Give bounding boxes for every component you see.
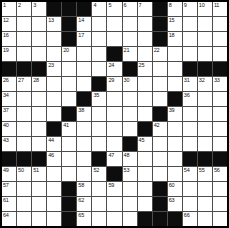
cell-r2c15[interactable] [213, 17, 227, 31]
clue-number-61: 61 [3, 197, 9, 203]
cell-r5c5[interactable] [62, 62, 76, 76]
black-square-r4c8 [107, 47, 121, 61]
cell-r3c9[interactable] [123, 32, 137, 46]
black-square-r5c2 [17, 62, 31, 76]
cell-r12c15[interactable]: 56 [213, 167, 227, 181]
cell-r4c7[interactable] [92, 47, 106, 61]
cell-r1c1[interactable]: 1 [2, 2, 16, 16]
cell-r6c15[interactable]: 33 [213, 77, 227, 91]
cell-r4c1[interactable]: 19 [2, 47, 16, 61]
cell-r11c8[interactable]: 47 [107, 152, 121, 166]
clue-number-48: 48 [124, 152, 130, 158]
cell-r5c6[interactable] [77, 62, 91, 76]
clue-number-9: 9 [184, 2, 187, 8]
cell-r14c6[interactable]: 62 [77, 197, 91, 211]
black-square-r5c15 [213, 62, 227, 76]
cell-r3c3[interactable] [32, 32, 46, 46]
cell-r10c7[interactable] [92, 137, 106, 151]
cell-r7c5[interactable] [62, 92, 76, 106]
cell-r7c4[interactable] [47, 92, 61, 106]
cell-r10c3[interactable] [32, 137, 46, 151]
clue-number-14: 14 [78, 17, 84, 23]
clue-number-12: 12 [3, 17, 9, 23]
clue-number-41: 41 [63, 122, 69, 128]
cell-r6c5[interactable] [62, 77, 76, 91]
black-square-r8c11 [153, 107, 167, 121]
cell-r13c1[interactable]: 57 [2, 182, 16, 196]
cell-r5c8[interactable]: 24 [107, 62, 121, 76]
cell-r4c3[interactable] [32, 47, 46, 61]
black-square-r11c1 [2, 152, 16, 166]
cell-r8c7[interactable] [92, 107, 106, 121]
cell-r15c13[interactable]: 66 [183, 212, 197, 226]
clue-number-21: 21 [124, 47, 130, 53]
cell-r1c8[interactable]: 5 [107, 2, 121, 16]
cell-r4c2[interactable] [17, 47, 31, 61]
cell-r8c4[interactable] [47, 107, 61, 121]
cell-r9c11[interactable]: 42 [153, 122, 167, 136]
black-square-r14c5 [62, 197, 76, 211]
cell-r13c8[interactable]: 59 [107, 182, 121, 196]
cell-r7c1[interactable]: 34 [2, 92, 16, 106]
clue-number-33: 33 [214, 77, 220, 83]
cell-r10c6[interactable] [77, 137, 91, 151]
cell-r13c15[interactable] [213, 182, 227, 196]
cell-r12c6[interactable] [77, 167, 91, 181]
black-square-r11c14 [198, 152, 212, 166]
cell-r13c12[interactable]: 60 [168, 182, 182, 196]
cell-r14c10[interactable] [138, 197, 152, 211]
clue-number-42: 42 [154, 122, 160, 128]
cell-r1c14[interactable]: 10 [198, 2, 212, 16]
cell-r5c4[interactable]: 23 [47, 62, 61, 76]
clue-number-16: 16 [3, 32, 9, 38]
clue-number-23: 23 [48, 62, 54, 68]
cell-r14c7[interactable] [92, 197, 106, 211]
clue-number-10: 10 [199, 2, 205, 8]
cell-r10c4[interactable]: 44 [47, 137, 61, 151]
clue-number-63: 63 [169, 197, 175, 203]
clue-number-22: 22 [154, 47, 160, 53]
cell-r4c12[interactable] [168, 47, 182, 61]
cell-r14c2[interactable] [17, 197, 31, 211]
cell-r15c6[interactable]: 65 [77, 212, 91, 226]
cell-r8c8[interactable] [107, 107, 121, 121]
cell-r15c2[interactable] [17, 212, 31, 226]
cell-r7c14[interactable] [198, 92, 212, 106]
cell-r6c10[interactable] [138, 77, 152, 91]
cell-r7c8[interactable] [107, 92, 121, 106]
cell-r14c8[interactable] [107, 197, 121, 211]
cell-r8c9[interactable] [123, 107, 137, 121]
black-square-r1c6 [77, 2, 91, 16]
clue-number-26: 26 [3, 77, 9, 83]
cell-r7c13[interactable]: 36 [183, 92, 197, 106]
cell-r5c11[interactable] [153, 62, 167, 76]
cell-r12c3[interactable]: 51 [32, 167, 46, 181]
cell-r8c6[interactable]: 38 [77, 107, 91, 121]
cell-r9c14[interactable] [198, 122, 212, 136]
cell-r12c5[interactable] [62, 167, 76, 181]
black-square-r5c1 [2, 62, 16, 76]
cell-r14c12[interactable]: 63 [168, 197, 182, 211]
cell-r15c3[interactable] [32, 212, 46, 226]
cell-r10c8[interactable] [107, 137, 121, 151]
clue-number-1: 1 [3, 2, 6, 8]
cell-r9c7[interactable] [92, 122, 106, 136]
cell-r13c10[interactable] [138, 182, 152, 196]
cell-r14c13[interactable] [183, 197, 197, 211]
cell-r9c15[interactable] [213, 122, 227, 136]
cell-r10c14[interactable] [198, 137, 212, 151]
clue-number-62: 62 [78, 197, 84, 203]
cell-r11c11[interactable] [153, 152, 167, 166]
cell-r1c10[interactable]: 7 [138, 2, 152, 16]
cell-r1c9[interactable]: 6 [123, 2, 137, 16]
cell-r6c12[interactable] [168, 77, 182, 91]
cell-r9c1[interactable]: 40 [2, 122, 16, 136]
cell-r6c11[interactable] [153, 77, 167, 91]
cell-r10c1[interactable]: 43 [2, 137, 16, 151]
cell-r9c2[interactable] [17, 122, 31, 136]
clue-number-58: 58 [78, 182, 84, 188]
cell-r5c10[interactable]: 25 [138, 62, 152, 76]
crossword-puzzle: 1234567891011121314151617181920212223242… [0, 0, 229, 228]
cell-r13c13[interactable] [183, 182, 197, 196]
cell-r12c9[interactable]: 53 [123, 167, 137, 181]
cell-r3c14[interactable] [198, 32, 212, 46]
black-square-r5c9 [123, 62, 137, 76]
clue-number-27: 27 [18, 77, 24, 83]
cell-r13c2[interactable] [17, 182, 31, 196]
clue-number-43: 43 [3, 137, 9, 143]
cell-r14c15[interactable] [213, 197, 227, 211]
cell-r7c2[interactable] [17, 92, 31, 106]
cell-r11c12[interactable] [168, 152, 182, 166]
clue-number-32: 32 [199, 77, 205, 83]
cell-r2c2[interactable] [17, 17, 31, 31]
black-square-r7c12 [168, 92, 182, 106]
cell-r12c1[interactable]: 49 [2, 167, 16, 181]
clue-number-29: 29 [108, 77, 114, 83]
cell-r1c12[interactable]: 8 [168, 2, 182, 16]
clue-number-8: 8 [169, 2, 172, 8]
cell-r2c10[interactable] [138, 17, 152, 31]
cell-r7c3[interactable] [32, 92, 46, 106]
cell-r3c6[interactable]: 17 [77, 32, 91, 46]
cell-r4c11[interactable]: 22 [153, 47, 167, 61]
black-square-r8c5 [62, 107, 76, 121]
clue-number-18: 18 [169, 32, 175, 38]
cell-r3c10[interactable] [138, 32, 152, 46]
cell-r6c3[interactable]: 28 [32, 77, 46, 91]
clue-number-39: 39 [169, 107, 175, 113]
clue-number-38: 38 [78, 107, 84, 113]
cell-r12c12[interactable] [168, 167, 182, 181]
clue-number-4: 4 [93, 2, 96, 8]
cell-r4c10[interactable] [138, 47, 152, 61]
cell-r15c4[interactable] [47, 212, 61, 226]
cell-r12c7[interactable]: 52 [92, 167, 106, 181]
cell-r4c15[interactable] [213, 47, 227, 61]
black-square-r13c11 [153, 182, 167, 196]
cell-r14c4[interactable] [47, 197, 61, 211]
cell-r12c2[interactable]: 50 [17, 167, 31, 181]
clue-number-53: 53 [124, 167, 130, 173]
cell-r12c10[interactable] [138, 167, 152, 181]
cell-r15c8[interactable] [107, 212, 121, 226]
cell-r3c15[interactable] [213, 32, 227, 46]
cell-r9c3[interactable] [32, 122, 46, 136]
cell-r3c12[interactable]: 18 [168, 32, 182, 46]
clue-number-5: 5 [108, 2, 111, 8]
cell-r15c15[interactable] [213, 212, 227, 226]
cell-r1c3[interactable]: 3 [32, 2, 46, 16]
clue-number-37: 37 [3, 107, 9, 113]
cell-r11c5[interactable] [62, 152, 76, 166]
cell-r4c4[interactable] [47, 47, 61, 61]
black-square-r2c5 [62, 17, 76, 31]
clue-number-44: 44 [48, 137, 54, 143]
clue-number-3: 3 [33, 2, 36, 8]
cell-r2c6[interactable]: 14 [77, 17, 91, 31]
cell-r7c15[interactable] [213, 92, 227, 106]
cell-r4c6[interactable] [77, 47, 91, 61]
cell-r1c13[interactable]: 9 [183, 2, 197, 16]
cell-r2c12[interactable]: 15 [168, 17, 182, 31]
cell-r15c9[interactable] [123, 212, 137, 226]
black-square-r5c3 [32, 62, 46, 76]
cell-r3c7[interactable] [92, 32, 106, 46]
clue-number-65: 65 [78, 212, 84, 218]
clue-number-59: 59 [108, 182, 114, 188]
clue-number-46: 46 [48, 152, 54, 158]
cell-r2c13[interactable] [183, 17, 197, 31]
cell-r9c6[interactable] [77, 122, 91, 136]
clue-number-25: 25 [139, 62, 145, 68]
cell-r1c7[interactable]: 4 [92, 2, 106, 16]
cell-r6c6[interactable] [77, 77, 91, 91]
cell-r5c7[interactable] [92, 62, 106, 76]
cell-r10c10[interactable]: 45 [138, 137, 152, 151]
black-square-r9c4 [47, 122, 61, 136]
black-square-r15c10 [138, 212, 152, 226]
clue-number-35: 35 [93, 92, 99, 98]
cell-r3c2[interactable] [17, 32, 31, 46]
black-square-r2c11 [153, 17, 167, 31]
cell-r3c1[interactable]: 16 [2, 32, 16, 46]
cell-r13c7[interactable] [92, 182, 106, 196]
cell-r12c4[interactable] [47, 167, 61, 181]
cell-r14c3[interactable] [32, 197, 46, 211]
cell-r3c4[interactable] [47, 32, 61, 46]
cell-r2c8[interactable] [107, 17, 121, 31]
cell-r8c1[interactable]: 37 [2, 107, 16, 121]
cell-r2c9[interactable] [123, 17, 137, 31]
cell-r1c2[interactable]: 2 [17, 2, 31, 16]
cell-r12c14[interactable]: 55 [198, 167, 212, 181]
clue-number-13: 13 [48, 17, 54, 23]
black-square-r3c11 [153, 32, 167, 46]
black-square-r3c5 [62, 32, 76, 46]
cell-r13c14[interactable] [198, 182, 212, 196]
cell-r10c12[interactable] [168, 137, 182, 151]
cell-r9c12[interactable] [168, 122, 182, 136]
black-square-r12c8 [107, 167, 121, 181]
cell-r6c1[interactable]: 26 [2, 77, 16, 91]
cell-r9c8[interactable] [107, 122, 121, 136]
cell-r14c1[interactable]: 61 [2, 197, 16, 211]
clue-number-51: 51 [33, 167, 39, 173]
cell-r13c9[interactable] [123, 182, 137, 196]
black-square-r11c2 [17, 152, 31, 166]
clue-number-11: 11 [214, 2, 219, 8]
black-square-r5c13 [183, 62, 197, 76]
black-square-r5c14 [198, 62, 212, 76]
cell-r7c9[interactable] [123, 92, 137, 106]
black-square-r15c5 [62, 212, 76, 226]
clue-number-19: 19 [3, 47, 9, 53]
cell-r11c10[interactable] [138, 152, 152, 166]
cell-r7c11[interactable] [153, 92, 167, 106]
clue-number-60: 60 [169, 182, 175, 188]
clue-number-7: 7 [139, 2, 142, 8]
cell-r10c11[interactable] [153, 137, 167, 151]
clue-number-36: 36 [184, 92, 190, 98]
cell-r10c2[interactable] [17, 137, 31, 151]
cell-r2c4[interactable]: 13 [47, 17, 61, 31]
clue-number-28: 28 [33, 77, 39, 83]
black-square-r15c11 [153, 212, 167, 226]
cell-r8c12[interactable]: 39 [168, 107, 182, 121]
cell-r10c15[interactable] [213, 137, 227, 151]
black-square-r1c11 [153, 2, 167, 16]
clue-number-64: 64 [3, 212, 9, 218]
clue-number-40: 40 [3, 122, 9, 128]
cell-r1c15[interactable]: 11 [213, 2, 227, 16]
cell-r3c13[interactable] [183, 32, 197, 46]
cell-r3c8[interactable] [107, 32, 121, 46]
crossword-grid: 1234567891011121314151617181920212223242… [0, 0, 229, 228]
cell-r9c13[interactable] [183, 122, 197, 136]
clue-number-66: 66 [184, 212, 190, 218]
cell-r4c5[interactable]: 20 [62, 47, 76, 61]
black-square-r1c5 [62, 2, 76, 16]
black-square-r10c9 [123, 137, 137, 151]
cell-r12c13[interactable]: 54 [183, 167, 197, 181]
black-square-r9c10 [138, 122, 152, 136]
cell-r6c2[interactable]: 27 [17, 77, 31, 91]
cell-r10c13[interactable] [183, 137, 197, 151]
clue-number-31: 31 [184, 77, 190, 83]
black-square-r7c6 [77, 92, 91, 106]
clue-number-52: 52 [93, 167, 99, 173]
cell-r5c12[interactable] [168, 62, 182, 76]
cell-r8c15[interactable] [213, 107, 227, 121]
black-square-r13c5 [62, 182, 76, 196]
cell-r8c14[interactable] [198, 107, 212, 121]
cell-r11c4[interactable]: 46 [47, 152, 61, 166]
black-square-r14c11 [153, 197, 167, 211]
cell-r11c9[interactable]: 48 [123, 152, 137, 166]
clue-number-50: 50 [18, 167, 24, 173]
clue-number-15: 15 [169, 17, 175, 23]
cell-r15c14[interactable] [198, 212, 212, 226]
cell-r12c11[interactable] [153, 167, 167, 181]
cell-r8c13[interactable] [183, 107, 197, 121]
cell-r4c14[interactable] [198, 47, 212, 61]
clue-number-54: 54 [184, 167, 190, 173]
cell-r9c9[interactable] [123, 122, 137, 136]
clue-number-6: 6 [124, 2, 127, 8]
clue-number-45: 45 [139, 137, 145, 143]
cell-r2c7[interactable] [92, 17, 106, 31]
clue-number-20: 20 [63, 47, 69, 53]
cell-r7c10[interactable] [138, 92, 152, 106]
cell-r15c1[interactable]: 64 [2, 212, 16, 226]
cell-r7c7[interactable]: 35 [92, 92, 106, 106]
cell-r2c3[interactable] [32, 17, 46, 31]
clue-number-2: 2 [18, 2, 21, 8]
black-square-r11c15 [213, 152, 227, 166]
black-square-r11c7 [92, 152, 106, 166]
clue-number-24: 24 [108, 62, 114, 68]
cell-r4c9[interactable]: 21 [123, 47, 137, 61]
cell-r13c3[interactable] [32, 182, 46, 196]
cell-r15c7[interactable] [92, 212, 106, 226]
cell-r6c9[interactable]: 30 [123, 77, 137, 91]
cell-r6c13[interactable]: 31 [183, 77, 197, 91]
cell-r8c3[interactable] [32, 107, 46, 121]
cell-r6c4[interactable] [47, 77, 61, 91]
cell-r10c5[interactable] [62, 137, 76, 151]
clue-number-55: 55 [199, 167, 205, 173]
cell-r13c6[interactable]: 58 [77, 182, 91, 196]
clue-number-57: 57 [3, 182, 9, 188]
cell-r2c14[interactable] [198, 17, 212, 31]
cell-r14c9[interactable] [123, 197, 137, 211]
cell-r2c1[interactable]: 12 [2, 17, 16, 31]
cell-r4c13[interactable] [183, 47, 197, 61]
clue-number-34: 34 [3, 92, 9, 98]
cell-r11c6[interactable] [77, 152, 91, 166]
cell-r8c2[interactable] [17, 107, 31, 121]
clue-number-17: 17 [78, 32, 84, 38]
black-square-r1c4 [47, 2, 61, 16]
cell-r6c8[interactable]: 29 [107, 77, 121, 91]
cell-r9c5[interactable]: 41 [62, 122, 76, 136]
cell-r6c14[interactable]: 32 [198, 77, 212, 91]
black-square-r6c7 [92, 77, 106, 91]
clue-number-47: 47 [108, 152, 114, 158]
clue-number-30: 30 [124, 77, 130, 83]
cell-r8c10[interactable] [138, 107, 152, 121]
black-square-r11c3 [32, 152, 46, 166]
cell-r13c4[interactable] [47, 182, 61, 196]
clue-number-49: 49 [3, 167, 9, 173]
clue-number-56: 56 [214, 167, 220, 173]
black-square-r15c12 [168, 212, 182, 226]
black-square-r11c13 [183, 152, 197, 166]
cell-r14c14[interactable] [198, 197, 212, 211]
